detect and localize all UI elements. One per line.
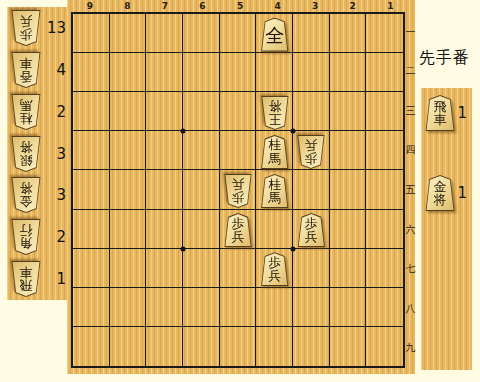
square-8-7[interactable] [110, 249, 147, 288]
square-1-9[interactable] [366, 327, 403, 366]
koma-kanji: 金 [20, 195, 33, 209]
rank-label-8: 八 [406, 289, 415, 329]
gote-hand-silver: 銀将3 [7, 133, 71, 175]
koma-kanji: 兵 [20, 14, 33, 28]
gote-knight-piece[interactable]: 桂馬 [10, 94, 42, 130]
square-1-6[interactable] [366, 210, 403, 249]
square-5-9[interactable] [220, 327, 257, 366]
square-9-8[interactable] [73, 288, 110, 327]
gote-hand-panel: 歩兵13香車4桂馬2銀将3金将3角行2飛車1 [7, 7, 71, 300]
square-2-3[interactable] [330, 92, 367, 131]
sente-hand-gold: 金将1 [421, 173, 472, 213]
square-2-6[interactable] [330, 210, 367, 249]
square-6-6[interactable] [183, 210, 220, 249]
square-9-4[interactable] [73, 131, 110, 170]
board-grid: 全王将桂馬歩兵歩兵桂馬歩兵歩兵歩兵 [73, 14, 403, 366]
square-8-1[interactable] [110, 14, 147, 53]
square-5-2[interactable] [220, 53, 257, 92]
square-8-8[interactable] [110, 288, 147, 327]
square-5-7[interactable] [220, 249, 257, 288]
sente-promoted-silver-piece[interactable]: 全 [260, 18, 290, 52]
square-5-4[interactable] [220, 131, 257, 170]
square-7-2[interactable] [146, 53, 183, 92]
gote-hand-knight: 桂馬2 [7, 91, 71, 133]
koma-kanji: 桂 [268, 138, 281, 152]
rank-label-5: 五 [406, 170, 415, 210]
gote-hand-gold: 金将3 [7, 174, 71, 216]
koma-kanji: 将 [268, 99, 281, 113]
koma-kanji: 歩 [268, 256, 281, 270]
sente-hand-rook: 飛車1 [421, 93, 472, 133]
square-3-9[interactable] [293, 327, 330, 366]
square-2-9[interactable] [330, 327, 367, 366]
square-8-9[interactable] [110, 327, 147, 366]
koma-kanji: 歩 [232, 217, 245, 231]
square-9-1[interactable] [73, 14, 110, 53]
square-7-9[interactable] [146, 327, 183, 366]
square-7-1[interactable] [146, 14, 183, 53]
koma-kanji: 歩 [232, 191, 245, 205]
star-point [181, 246, 186, 251]
gote-pawn-piece[interactable]: 歩兵 [223, 174, 253, 208]
square-7-8[interactable] [146, 288, 183, 327]
gote-rook-piece[interactable]: 飛車 [10, 261, 42, 297]
koma-kanji: 銀 [20, 154, 33, 168]
sente-rook-piece[interactable]: 飛車 [424, 95, 456, 131]
square-5-8[interactable] [220, 288, 257, 327]
square-4-6[interactable] [256, 210, 293, 249]
koma-kanji: 金 [434, 180, 447, 194]
koma-kanji: 桂 [268, 178, 281, 192]
square-3-8[interactable] [293, 288, 330, 327]
koma-kanji: 歩 [305, 152, 318, 166]
sente-knight-piece[interactable]: 桂馬 [260, 135, 290, 169]
sente-hand-gold-count: 1 [457, 184, 469, 202]
koma-kanji: 行 [20, 224, 33, 238]
koma-kanji: 将 [20, 182, 33, 196]
koma-kanji: 馬 [20, 98, 33, 112]
square-6-7[interactable] [183, 249, 220, 288]
square-2-7[interactable] [330, 249, 367, 288]
square-8-3[interactable] [110, 92, 147, 131]
square-7-3[interactable] [146, 92, 183, 131]
square-2-5[interactable] [330, 170, 367, 209]
square-5-3[interactable] [220, 92, 257, 131]
square-6-3[interactable] [183, 92, 220, 131]
board-frame: 全王将桂馬歩兵歩兵桂馬歩兵歩兵歩兵 [71, 12, 405, 368]
sente-pawn-piece[interactable]: 歩兵 [296, 213, 326, 247]
shogi-diagram: 歩兵13香車4桂馬2銀将3金将3角行2飛車1 987654321 全王将桂馬歩兵… [0, 0, 480, 382]
koma-kanji: 全 [265, 25, 284, 45]
file-label-9: 9 [71, 0, 109, 12]
koma-kanji: 兵 [305, 138, 318, 152]
koma-kanji: 桂 [20, 112, 33, 126]
gote-silver-piece[interactable]: 銀将 [10, 136, 42, 172]
koma-kanji: 車 [434, 113, 447, 127]
file-label-5: 5 [221, 0, 259, 12]
file-label-8: 8 [109, 0, 147, 12]
square-3-2[interactable] [293, 53, 330, 92]
square-6-4[interactable] [183, 131, 220, 170]
rank-label-6: 六 [406, 210, 415, 250]
rank-labels: 一二三四五六七八九 [406, 12, 415, 368]
gote-hand-lance: 香車4 [7, 49, 71, 91]
square-1-3[interactable] [366, 92, 403, 131]
gote-bishop-piece[interactable]: 角行 [10, 219, 42, 255]
rank-label-4: 四 [406, 131, 415, 171]
square-9-3[interactable] [73, 92, 110, 131]
file-label-1: 1 [372, 0, 410, 12]
koma-kanji: 飛 [20, 279, 33, 293]
koma-kanji: 王 [268, 113, 281, 127]
square-6-2[interactable] [183, 53, 220, 92]
koma-kanji: 角 [20, 237, 33, 251]
koma-kanji: 馬 [268, 191, 281, 205]
gote-lance-piece[interactable]: 香車 [10, 52, 42, 88]
square-9-2[interactable] [73, 53, 110, 92]
koma-kanji: 車 [20, 266, 33, 280]
koma-kanji: 飛 [434, 100, 447, 114]
square-9-6[interactable] [73, 210, 110, 249]
koma-kanji: 将 [434, 193, 447, 207]
file-label-2: 2 [334, 0, 372, 12]
file-labels: 987654321 [71, 0, 409, 12]
gote-hand-pawn-count: 13 [47, 19, 68, 37]
koma-kanji: 兵 [232, 178, 245, 192]
rank-label-3: 三 [406, 91, 415, 131]
gote-hand-pawn: 歩兵13 [7, 7, 71, 49]
star-point [291, 246, 296, 251]
square-7-6[interactable] [146, 210, 183, 249]
square-2-8[interactable] [330, 288, 367, 327]
square-7-7[interactable] [146, 249, 183, 288]
rank-label-9: 九 [406, 329, 415, 369]
sente-pawn-piece[interactable]: 歩兵 [260, 252, 290, 286]
square-1-5[interactable] [366, 170, 403, 209]
koma-kanji: 歩 [305, 217, 318, 231]
square-1-2[interactable] [366, 53, 403, 92]
gote-pawn-piece[interactable]: 歩兵 [296, 135, 326, 169]
square-5-1[interactable] [220, 14, 257, 53]
sente-knight-piece[interactable]: 桂馬 [260, 174, 290, 208]
koma-kanji: 兵 [268, 269, 281, 283]
file-label-3: 3 [296, 0, 334, 12]
file-label-4: 4 [259, 0, 297, 12]
square-8-2[interactable] [110, 53, 147, 92]
gote-king-piece[interactable]: 王将 [260, 96, 290, 130]
square-2-1[interactable] [330, 14, 367, 53]
square-1-4[interactable] [366, 131, 403, 170]
square-7-4[interactable] [146, 131, 183, 170]
square-4-8[interactable] [256, 288, 293, 327]
square-3-1[interactable] [293, 14, 330, 53]
square-8-5[interactable] [110, 170, 147, 209]
star-point [181, 129, 186, 134]
sente-gold-piece[interactable]: 金将 [424, 175, 456, 211]
square-9-9[interactable] [73, 327, 110, 366]
square-6-8[interactable] [183, 288, 220, 327]
square-6-5[interactable] [183, 170, 220, 209]
square-9-7[interactable] [73, 249, 110, 288]
square-8-4[interactable] [110, 131, 147, 170]
square-2-2[interactable] [330, 53, 367, 92]
rank-label-1: 一 [406, 12, 415, 52]
gote-gold-piece[interactable]: 金将 [10, 177, 42, 213]
square-1-7[interactable] [366, 249, 403, 288]
turn-indicator: 先手番 [419, 48, 470, 69]
koma-kanji: 馬 [268, 152, 281, 166]
gote-hand-rook: 飛車1 [7, 258, 71, 300]
file-label-7: 7 [146, 0, 184, 12]
koma-kanji: 車 [20, 56, 33, 70]
sente-hand-panel: 飛車1金将1 [421, 88, 472, 370]
square-4-2[interactable] [256, 53, 293, 92]
koma-kanji: 兵 [232, 230, 245, 244]
square-2-4[interactable] [330, 131, 367, 170]
sente-pawn-piece[interactable]: 歩兵 [223, 213, 253, 247]
koma-kanji: 兵 [305, 230, 318, 244]
board-block: 987654321 全王将桂馬歩兵歩兵桂馬歩兵歩兵歩兵 一二三四五六七八九 [67, 0, 415, 374]
gote-hand-bishop: 角行2 [7, 216, 71, 258]
square-8-6[interactable] [110, 210, 147, 249]
square-6-9[interactable] [183, 327, 220, 366]
square-1-1[interactable] [366, 14, 403, 53]
square-3-3[interactable] [293, 92, 330, 131]
sente-hand-rook-count: 1 [457, 104, 469, 122]
square-4-9[interactable] [256, 327, 293, 366]
square-6-1[interactable] [183, 14, 220, 53]
rank-label-7: 七 [406, 249, 415, 289]
square-3-5[interactable] [293, 170, 330, 209]
rank-label-2: 二 [406, 52, 415, 92]
square-7-5[interactable] [146, 170, 183, 209]
file-label-6: 6 [184, 0, 222, 12]
koma-kanji: 歩 [20, 28, 33, 42]
star-point [291, 129, 296, 134]
square-3-7[interactable] [293, 249, 330, 288]
koma-kanji: 香 [20, 70, 33, 84]
koma-kanji: 将 [20, 140, 33, 154]
gote-pawn-piece[interactable]: 歩兵 [10, 10, 42, 46]
square-9-5[interactable] [73, 170, 110, 209]
square-1-8[interactable] [366, 288, 403, 327]
